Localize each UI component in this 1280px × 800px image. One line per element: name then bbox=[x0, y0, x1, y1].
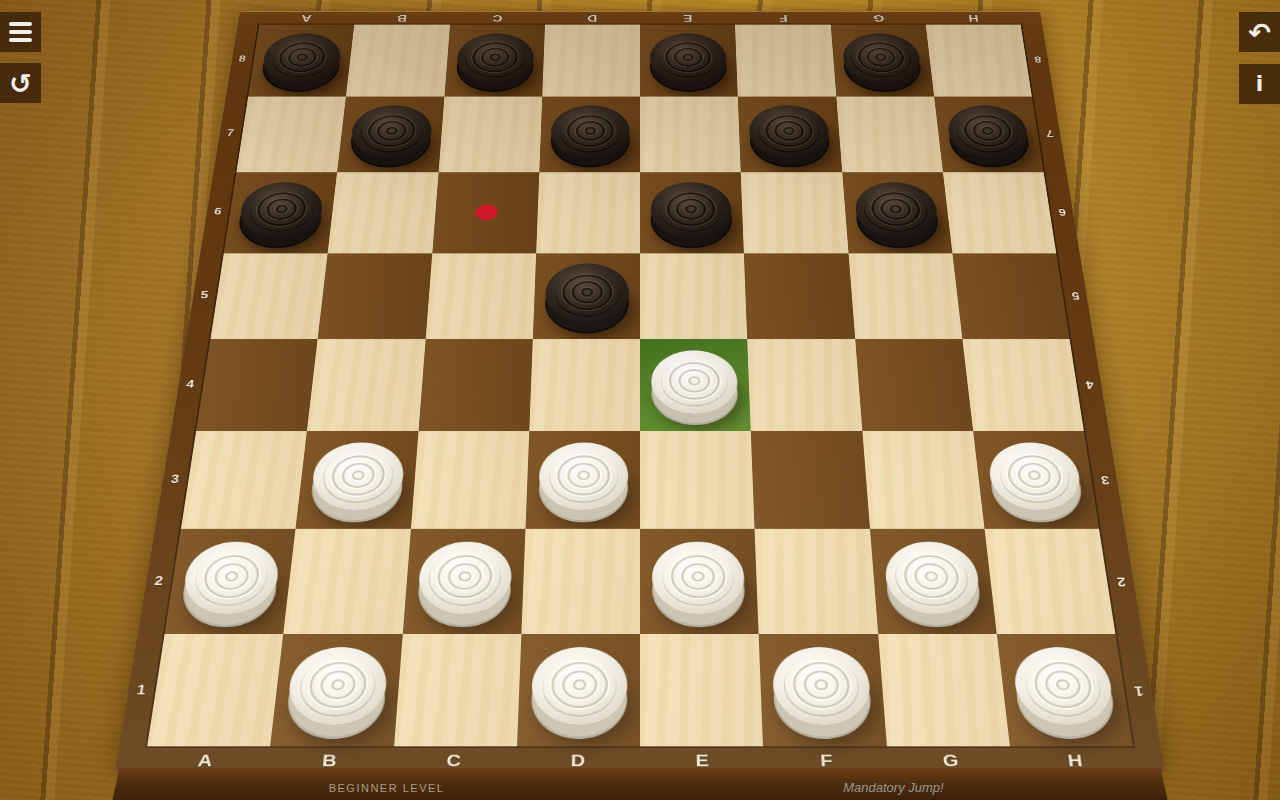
square-e5[interactable] bbox=[640, 253, 747, 339]
square-d1[interactable] bbox=[517, 634, 640, 747]
square-c1[interactable] bbox=[394, 634, 522, 747]
square-a6[interactable] bbox=[224, 172, 337, 253]
square-f8[interactable] bbox=[735, 25, 836, 97]
black-piece-a6[interactable] bbox=[237, 182, 325, 238]
square-b2[interactable] bbox=[283, 529, 410, 634]
square-h8[interactable] bbox=[926, 25, 1032, 97]
file-label-top-a: A bbox=[258, 12, 355, 23]
white-piece-d1[interactable] bbox=[530, 647, 627, 725]
info-icon: i bbox=[1256, 73, 1264, 95]
square-a5[interactable] bbox=[210, 253, 327, 339]
jump-destination-dot bbox=[475, 204, 498, 219]
square-e6[interactable] bbox=[640, 172, 744, 253]
square-a3[interactable] bbox=[181, 431, 307, 529]
square-b8[interactable] bbox=[346, 25, 450, 97]
square-d4[interactable] bbox=[529, 339, 640, 431]
square-h3[interactable] bbox=[973, 431, 1099, 529]
square-f3[interactable] bbox=[751, 431, 870, 529]
square-g6[interactable] bbox=[842, 172, 952, 253]
square-h7[interactable] bbox=[934, 96, 1044, 172]
black-piece-g6[interactable] bbox=[853, 182, 939, 238]
board-scene: ABCDEFGH ABCDEFGH 87654321 87654321 bbox=[115, 0, 1165, 770]
white-piece-h1[interactable] bbox=[1011, 647, 1117, 725]
square-c3[interactable] bbox=[410, 431, 529, 529]
square-e1[interactable] bbox=[640, 634, 763, 747]
file-label-top-e: E bbox=[640, 12, 736, 23]
squares-grid bbox=[145, 24, 1135, 748]
square-h4[interactable] bbox=[962, 339, 1084, 431]
restart-button[interactable]: ↺ bbox=[0, 63, 41, 103]
undo-button[interactable]: ↶ bbox=[1239, 12, 1280, 52]
square-e7[interactable] bbox=[640, 96, 741, 172]
square-b1[interactable] bbox=[270, 634, 402, 747]
file-label-top-g: G bbox=[830, 12, 926, 23]
black-piece-f7[interactable] bbox=[749, 106, 831, 159]
black-piece-d5[interactable] bbox=[544, 264, 629, 324]
white-piece-e2[interactable] bbox=[652, 542, 746, 615]
file-label-top-h: H bbox=[925, 12, 1022, 23]
square-c4[interactable] bbox=[418, 339, 533, 431]
square-f2[interactable] bbox=[755, 529, 878, 634]
hamburger-icon bbox=[9, 22, 32, 26]
square-b5[interactable] bbox=[318, 253, 432, 339]
undo-icon: ↶ bbox=[1248, 19, 1271, 46]
black-piece-g8[interactable] bbox=[841, 33, 922, 83]
white-piece-b3[interactable] bbox=[310, 443, 406, 511]
board-front-face: BEGINNER LEVEL Mandatory Jump! bbox=[112, 768, 1168, 800]
square-d6[interactable] bbox=[536, 172, 640, 253]
checkers-board: ABCDEFGH ABCDEFGH 87654321 87654321 bbox=[115, 11, 1165, 773]
square-d5[interactable] bbox=[533, 253, 640, 339]
black-piece-e8[interactable] bbox=[650, 33, 727, 83]
square-d8[interactable] bbox=[542, 25, 640, 97]
square-e3[interactable] bbox=[640, 431, 755, 529]
square-c5[interactable] bbox=[425, 253, 536, 339]
square-f4[interactable] bbox=[747, 339, 862, 431]
square-f7[interactable] bbox=[738, 96, 842, 172]
square-b3[interactable] bbox=[296, 431, 418, 529]
black-piece-b7[interactable] bbox=[349, 106, 433, 159]
file-label-top-b: B bbox=[353, 12, 449, 23]
square-f1[interactable] bbox=[759, 634, 887, 747]
mandatory-jump-message: Mandatory Jump! bbox=[843, 780, 943, 795]
square-b6[interactable] bbox=[328, 172, 438, 253]
white-piece-g2[interactable] bbox=[883, 542, 982, 615]
square-a8[interactable] bbox=[248, 25, 354, 97]
square-h2[interactable] bbox=[984, 529, 1115, 634]
file-label-top-f: F bbox=[735, 12, 831, 23]
white-piece-c2[interactable] bbox=[416, 542, 512, 615]
square-g5[interactable] bbox=[848, 253, 962, 339]
white-piece-a2[interactable] bbox=[180, 542, 282, 615]
white-piece-d3[interactable] bbox=[538, 443, 628, 511]
square-e4[interactable] bbox=[640, 339, 751, 431]
square-d7[interactable] bbox=[539, 96, 640, 172]
square-h6[interactable] bbox=[943, 172, 1056, 253]
level-label: BEGINNER LEVEL bbox=[329, 782, 445, 794]
square-g1[interactable] bbox=[878, 634, 1010, 747]
square-c6[interactable] bbox=[432, 172, 539, 253]
square-a7[interactable] bbox=[236, 96, 346, 172]
square-e8[interactable] bbox=[640, 25, 738, 97]
white-piece-f1[interactable] bbox=[772, 647, 872, 725]
square-b7[interactable] bbox=[337, 96, 444, 172]
file-label-top-c: C bbox=[449, 12, 545, 23]
square-c8[interactable] bbox=[444, 25, 545, 97]
black-piece-a8[interactable] bbox=[260, 33, 343, 83]
square-a1[interactable] bbox=[147, 634, 283, 747]
square-d3[interactable] bbox=[525, 431, 640, 529]
square-d2[interactable] bbox=[521, 529, 640, 634]
square-b4[interactable] bbox=[307, 339, 425, 431]
black-piece-c8[interactable] bbox=[455, 33, 534, 83]
restart-icon: ↺ bbox=[9, 70, 32, 97]
square-f6[interactable] bbox=[741, 172, 848, 253]
square-a2[interactable] bbox=[165, 529, 296, 634]
file-label-top-d: D bbox=[544, 12, 640, 23]
square-c7[interactable] bbox=[438, 96, 542, 172]
square-h5[interactable] bbox=[952, 253, 1069, 339]
square-g4[interactable] bbox=[855, 339, 973, 431]
square-g3[interactable] bbox=[862, 431, 984, 529]
square-e2[interactable] bbox=[640, 529, 759, 634]
black-piece-h7[interactable] bbox=[945, 106, 1031, 159]
info-button[interactable]: i bbox=[1239, 64, 1280, 104]
white-piece-b1[interactable] bbox=[286, 647, 389, 725]
file-labels-top: ABCDEFGH bbox=[258, 12, 1022, 23]
square-f5[interactable] bbox=[744, 253, 855, 339]
square-g2[interactable] bbox=[870, 529, 997, 634]
square-c2[interactable] bbox=[402, 529, 525, 634]
white-piece-e4[interactable] bbox=[651, 350, 738, 413]
square-g8[interactable] bbox=[830, 25, 934, 97]
black-piece-d7[interactable] bbox=[550, 106, 630, 159]
square-h1[interactable] bbox=[997, 634, 1133, 747]
square-g7[interactable] bbox=[836, 96, 943, 172]
black-piece-e6[interactable] bbox=[651, 182, 733, 238]
white-piece-h3[interactable] bbox=[986, 443, 1084, 511]
square-a4[interactable] bbox=[196, 339, 318, 431]
menu-button[interactable] bbox=[0, 12, 41, 52]
